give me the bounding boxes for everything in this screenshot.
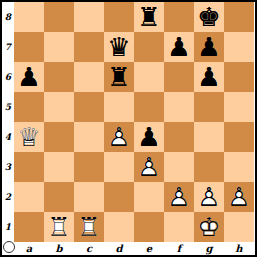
square-b2[interactable] <box>44 182 74 212</box>
square-f3[interactable] <box>164 152 194 182</box>
square-a8[interactable] <box>14 2 44 32</box>
square-e6[interactable] <box>134 62 164 92</box>
piece-black-rook-e8[interactable]: ♜♖ <box>134 2 164 32</box>
square-d7[interactable]: ♛♕ <box>104 32 134 62</box>
piece-black-pawn-g7[interactable]: ♟♙ <box>194 32 224 62</box>
square-e2[interactable] <box>134 182 164 212</box>
square-c3[interactable] <box>74 152 104 182</box>
piece-outline: ♙ <box>134 152 164 182</box>
square-h5[interactable] <box>224 92 254 122</box>
piece-outline: ♖ <box>44 212 74 242</box>
square-a6[interactable]: ♟♙ <box>14 62 44 92</box>
rank-label-8: 8 <box>2 2 14 32</box>
square-c2[interactable] <box>74 182 104 212</box>
piece-white-rook-b1[interactable]: ♜♖ <box>44 212 74 242</box>
square-d8[interactable] <box>104 2 134 32</box>
square-g1[interactable]: ♚♔ <box>194 212 224 242</box>
square-a2[interactable] <box>14 182 44 212</box>
chess-board: ♜♖♚♔♛♕♟♙♟♙♟♙♜♖♟♙♛♕♟♙♟♙♟♙♟♙♟♙♟♙♜♖♜♖♚♔ <box>14 2 254 242</box>
file-label-b: b <box>44 242 74 255</box>
square-c1[interactable]: ♜♖ <box>74 212 104 242</box>
square-f5[interactable] <box>164 92 194 122</box>
square-f6[interactable] <box>164 62 194 92</box>
file-label-a: a <box>14 242 44 255</box>
square-f8[interactable] <box>164 2 194 32</box>
piece-black-pawn-g6[interactable]: ♟♙ <box>194 62 224 92</box>
square-h4[interactable] <box>224 122 254 152</box>
square-d5[interactable] <box>104 92 134 122</box>
square-d2[interactable] <box>104 182 134 212</box>
square-g8[interactable]: ♚♔ <box>194 2 224 32</box>
square-b4[interactable] <box>44 122 74 152</box>
square-b8[interactable] <box>44 2 74 32</box>
square-h7[interactable] <box>224 32 254 62</box>
square-e5[interactable] <box>134 92 164 122</box>
piece-outline: ♙ <box>224 182 254 212</box>
piece-white-pawn-g2[interactable]: ♟♙ <box>194 182 224 212</box>
piece-outline: ♕ <box>104 32 134 62</box>
square-b3[interactable] <box>44 152 74 182</box>
square-c7[interactable] <box>74 32 104 62</box>
square-g4[interactable] <box>194 122 224 152</box>
chess-diagram: ♜♖♚♔♛♕♟♙♟♙♟♙♜♖♟♙♛♕♟♙♟♙♟♙♟♙♟♙♟♙♜♖♜♖♚♔ 876… <box>0 0 257 257</box>
piece-outline: ♙ <box>134 122 164 152</box>
file-label-c: c <box>74 242 104 255</box>
square-d1[interactable] <box>104 212 134 242</box>
square-c4[interactable] <box>74 122 104 152</box>
square-b7[interactable] <box>44 32 74 62</box>
rank-label-4: 4 <box>2 122 14 152</box>
rank-label-1: 1 <box>2 212 14 242</box>
piece-outline: ♙ <box>164 32 194 62</box>
piece-white-king-g1[interactable]: ♚♔ <box>194 212 224 242</box>
piece-black-king-g8[interactable]: ♚♔ <box>194 2 224 32</box>
file-label-d: d <box>104 242 134 255</box>
file-label-g: g <box>194 242 224 255</box>
piece-white-pawn-f2[interactable]: ♟♙ <box>164 182 194 212</box>
piece-outline: ♖ <box>74 212 104 242</box>
square-g5[interactable] <box>194 92 224 122</box>
square-g6[interactable]: ♟♙ <box>194 62 224 92</box>
file-label-e: e <box>134 242 164 255</box>
piece-outline: ♔ <box>194 212 224 242</box>
file-label-f: f <box>164 242 194 255</box>
square-h8[interactable] <box>224 2 254 32</box>
square-e3[interactable]: ♟♙ <box>134 152 164 182</box>
piece-black-pawn-f7[interactable]: ♟♙ <box>164 32 194 62</box>
square-f4[interactable] <box>164 122 194 152</box>
square-c8[interactable] <box>74 2 104 32</box>
file-labels: abcdefgh <box>14 242 254 255</box>
square-e1[interactable] <box>134 212 164 242</box>
square-a4[interactable]: ♛♕ <box>14 122 44 152</box>
square-d4[interactable]: ♟♙ <box>104 122 134 152</box>
square-h2[interactable]: ♟♙ <box>224 182 254 212</box>
square-g3[interactable] <box>194 152 224 182</box>
file-label-h: h <box>224 242 254 255</box>
rank-label-2: 2 <box>2 182 14 212</box>
square-f1[interactable] <box>164 212 194 242</box>
piece-white-pawn-d4[interactable]: ♟♙ <box>104 122 134 152</box>
piece-outline: ♕ <box>14 122 44 152</box>
piece-white-queen-a4[interactable]: ♛♕ <box>14 122 44 152</box>
piece-white-pawn-e3[interactable]: ♟♙ <box>134 152 164 182</box>
rank-labels: 87654321 <box>2 2 14 242</box>
rank-label-6: 6 <box>2 62 14 92</box>
piece-outline: ♙ <box>194 32 224 62</box>
piece-black-queen-d7[interactable]: ♛♕ <box>104 32 134 62</box>
square-h3[interactable] <box>224 152 254 182</box>
square-b5[interactable] <box>44 92 74 122</box>
piece-outline: ♖ <box>104 62 134 92</box>
piece-outline: ♙ <box>14 62 44 92</box>
piece-outline: ♙ <box>164 182 194 212</box>
square-h1[interactable] <box>224 212 254 242</box>
square-b6[interactable] <box>44 62 74 92</box>
square-e7[interactable] <box>134 32 164 62</box>
rank-label-5: 5 <box>2 92 14 122</box>
square-h6[interactable] <box>224 62 254 92</box>
square-b1[interactable]: ♜♖ <box>44 212 74 242</box>
square-e8[interactable]: ♜♖ <box>134 2 164 32</box>
square-f2[interactable]: ♟♙ <box>164 182 194 212</box>
piece-white-rook-c1[interactable]: ♜♖ <box>74 212 104 242</box>
square-f7[interactable]: ♟♙ <box>164 32 194 62</box>
square-a5[interactable] <box>14 92 44 122</box>
square-g2[interactable]: ♟♙ <box>194 182 224 212</box>
piece-outline: ♔ <box>194 2 224 32</box>
square-a3[interactable] <box>14 152 44 182</box>
piece-outline: ♙ <box>194 182 224 212</box>
piece-black-rook-d6[interactable]: ♜♖ <box>104 62 134 92</box>
square-a1[interactable] <box>14 212 44 242</box>
rank-label-7: 7 <box>2 32 14 62</box>
square-d6[interactable]: ♜♖ <box>104 62 134 92</box>
square-d3[interactable] <box>104 152 134 182</box>
piece-black-pawn-a6[interactable]: ♟♙ <box>14 62 44 92</box>
square-c5[interactable] <box>74 92 104 122</box>
side-to-move-indicator <box>3 241 15 253</box>
piece-outline: ♙ <box>194 62 224 92</box>
piece-outline: ♙ <box>104 122 134 152</box>
piece-black-pawn-e4[interactable]: ♟♙ <box>134 122 164 152</box>
rank-label-3: 3 <box>2 152 14 182</box>
square-e4[interactable]: ♟♙ <box>134 122 164 152</box>
square-c6[interactable] <box>74 62 104 92</box>
square-a7[interactable] <box>14 32 44 62</box>
square-g7[interactable]: ♟♙ <box>194 32 224 62</box>
piece-white-pawn-h2[interactable]: ♟♙ <box>224 182 254 212</box>
piece-outline: ♖ <box>134 2 164 32</box>
